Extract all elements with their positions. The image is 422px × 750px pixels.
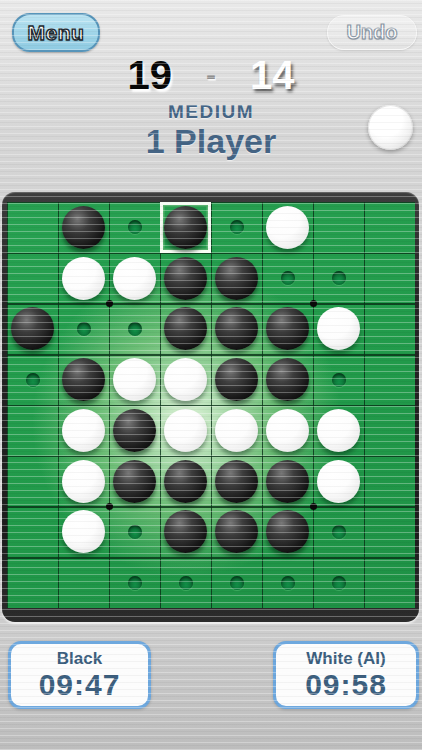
legal-move-dot (281, 576, 295, 590)
cell-g6 (313, 456, 364, 507)
black-disc (164, 307, 207, 350)
cell-b4 (58, 354, 109, 405)
cell-h3 (364, 304, 415, 355)
cell-e5 (211, 405, 262, 456)
board-grid[interactable] (7, 202, 415, 608)
cell-h5 (364, 405, 415, 456)
white-disc (62, 257, 105, 300)
cell-b7 (58, 507, 109, 558)
white-turn-ball-icon (368, 105, 413, 150)
game-screen: Menu Undo 19 - 14 MEDIUM 1 Player Black … (0, 0, 422, 750)
cell-g1 (313, 202, 364, 253)
white-disc (164, 409, 207, 452)
black-disc (215, 460, 258, 503)
cell-c4 (109, 354, 160, 405)
black-disc (215, 510, 258, 553)
black-clock-time: 09:47 (11, 669, 148, 701)
cell-f1 (262, 202, 313, 253)
white-disc (317, 307, 360, 350)
white-disc (317, 460, 360, 503)
cell-b8 (58, 557, 109, 608)
cell-h6 (364, 456, 415, 507)
cell-c1[interactable] (109, 202, 160, 253)
cell-g8[interactable] (313, 557, 364, 608)
legal-move-dot (77, 322, 91, 336)
cell-h4 (364, 354, 415, 405)
white-clock-time: 09:58 (276, 669, 416, 701)
cell-g3 (313, 304, 364, 355)
star-point (106, 300, 113, 307)
cell-g7[interactable] (313, 507, 364, 558)
cell-e4 (211, 354, 262, 405)
cell-a2 (7, 253, 58, 304)
legal-move-dot (332, 373, 346, 387)
cell-g2[interactable] (313, 253, 364, 304)
star-point (310, 503, 317, 510)
cell-e7 (211, 507, 262, 558)
cell-a3 (7, 304, 58, 355)
cell-d1 (160, 202, 211, 253)
legal-move-dot (128, 220, 142, 234)
black-disc (62, 206, 105, 249)
cell-a7 (7, 507, 58, 558)
cell-a1 (7, 202, 58, 253)
legal-move-dot (332, 271, 346, 285)
cell-h7 (364, 507, 415, 558)
cell-e6 (211, 456, 262, 507)
cell-c2 (109, 253, 160, 304)
white-disc (266, 206, 309, 249)
white-disc (317, 409, 360, 452)
cell-b3[interactable] (58, 304, 109, 355)
score-display: 19 - 14 (0, 55, 422, 95)
black-disc (113, 409, 156, 452)
cell-d3 (160, 304, 211, 355)
cell-a4[interactable] (7, 354, 58, 405)
cell-h2 (364, 253, 415, 304)
black-disc (164, 510, 207, 553)
white-disc (62, 409, 105, 452)
white-disc (113, 257, 156, 300)
cell-f2[interactable] (262, 253, 313, 304)
cell-d2 (160, 253, 211, 304)
cell-b2 (58, 253, 109, 304)
cell-f4 (262, 354, 313, 405)
black-disc (164, 257, 207, 300)
cell-e8[interactable] (211, 557, 262, 608)
cell-c8[interactable] (109, 557, 160, 608)
cell-d8[interactable] (160, 557, 211, 608)
black-disc (266, 510, 309, 553)
cell-b6 (58, 456, 109, 507)
star-point (310, 300, 317, 307)
star-point (106, 503, 113, 510)
score-separator: - (206, 60, 216, 90)
legal-move-dot (26, 373, 40, 387)
game-mode-label: 1 Player (0, 122, 422, 161)
black-clock: Black 09:47 (8, 641, 151, 709)
board-frame (2, 192, 419, 622)
legal-move-dot (281, 271, 295, 285)
black-disc (62, 358, 105, 401)
cell-a5 (7, 405, 58, 456)
black-disc (266, 307, 309, 350)
cell-d4 (160, 354, 211, 405)
cell-b5 (58, 405, 109, 456)
cell-g5 (313, 405, 364, 456)
black-clock-label: Black (11, 650, 148, 669)
white-clock-label: White (AI) (276, 650, 416, 669)
legal-move-dot (230, 220, 244, 234)
menu-button-label: Menu (28, 21, 85, 45)
cell-f3 (262, 304, 313, 355)
legal-move-dot (128, 525, 142, 539)
cell-e1[interactable] (211, 202, 262, 253)
undo-button[interactable]: Undo (327, 15, 417, 50)
cell-d6 (160, 456, 211, 507)
legal-move-dot (230, 576, 244, 590)
black-disc (164, 460, 207, 503)
cell-d7 (160, 507, 211, 558)
difficulty-label: MEDIUM (0, 101, 422, 123)
legal-move-dot (179, 576, 193, 590)
white-disc (113, 358, 156, 401)
cell-h1 (364, 202, 415, 253)
cell-e3 (211, 304, 262, 355)
cell-f5 (262, 405, 313, 456)
black-disc (11, 307, 54, 350)
black-disc (215, 358, 258, 401)
black-disc (266, 358, 309, 401)
white-clock: White (AI) 09:58 (273, 641, 419, 709)
cell-h8 (364, 557, 415, 608)
legal-move-dot (128, 576, 142, 590)
white-disc (215, 409, 258, 452)
cell-c5 (109, 405, 160, 456)
black-disc (164, 206, 207, 249)
cell-e2 (211, 253, 262, 304)
cell-c6 (109, 456, 160, 507)
cell-c7[interactable] (109, 507, 160, 558)
cell-c3[interactable] (109, 304, 160, 355)
legal-move-dot (128, 322, 142, 336)
cell-f7 (262, 507, 313, 558)
cell-f6 (262, 456, 313, 507)
cell-f8[interactable] (262, 557, 313, 608)
menu-button[interactable]: Menu (12, 13, 100, 52)
undo-button-label: Undo (346, 21, 397, 44)
black-score: 19 (128, 55, 173, 95)
legal-move-dot (332, 576, 346, 590)
black-disc (266, 460, 309, 503)
legal-move-dot (332, 525, 346, 539)
cell-a8 (7, 557, 58, 608)
white-disc (266, 409, 309, 452)
white-disc (62, 460, 105, 503)
black-disc (215, 257, 258, 300)
white-score: 14 (250, 55, 295, 95)
cell-b1 (58, 202, 109, 253)
white-disc (62, 510, 105, 553)
black-disc (113, 460, 156, 503)
black-disc (215, 307, 258, 350)
cell-d5 (160, 405, 211, 456)
white-disc (164, 358, 207, 401)
cell-g4[interactable] (313, 354, 364, 405)
cell-a6 (7, 456, 58, 507)
